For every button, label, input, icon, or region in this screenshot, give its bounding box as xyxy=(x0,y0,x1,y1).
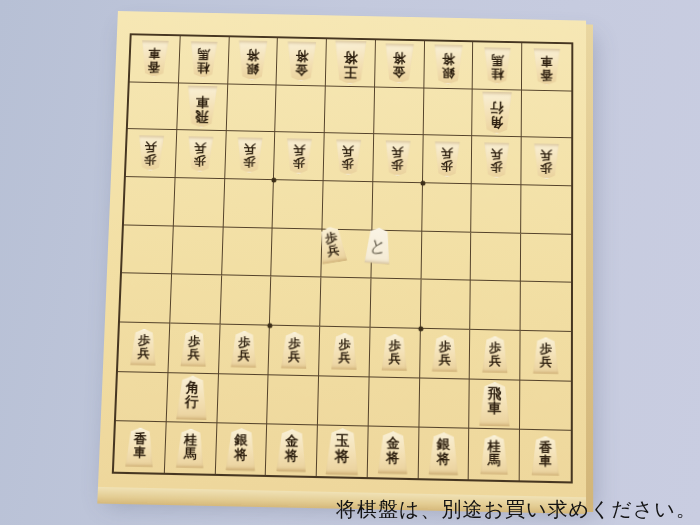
shogi-piece-pawn: 歩兵 xyxy=(130,329,158,366)
shogi-piece-lance: 香車 xyxy=(533,48,561,85)
board-cell xyxy=(374,87,424,135)
piece-kanji: 歩兵 xyxy=(385,140,411,176)
board-cell: 玉将 xyxy=(317,426,369,477)
piece-kanji: 歩兵 xyxy=(180,330,207,367)
board-cell: 飛車 xyxy=(470,379,521,430)
board-cell: 歩兵 xyxy=(269,326,320,376)
board-cell: 歩兵 xyxy=(225,131,276,180)
board-cell: 歩兵 xyxy=(470,330,521,380)
board-cell xyxy=(124,177,175,226)
board-cell xyxy=(520,380,571,431)
piece-kanji: 歩兵 xyxy=(381,334,408,371)
piece-kanji: 歩兵 xyxy=(533,337,559,374)
board-cell xyxy=(122,225,174,275)
piece-kanji: 歩兵 xyxy=(230,331,257,368)
shogi-piece-silver: 銀将 xyxy=(225,428,257,471)
piece-kanji: 歩兵 xyxy=(331,333,358,370)
board-cell xyxy=(522,90,571,138)
shogi-piece-pawn: 歩兵 xyxy=(180,330,207,367)
shogi-piece-bishop: 角行 xyxy=(176,375,209,420)
shogi-piece-knight: 桂馬 xyxy=(189,41,218,78)
board-cell xyxy=(267,375,319,426)
shogi-piece-knight: 桂馬 xyxy=(483,47,511,84)
board-cell: 香車 xyxy=(522,43,571,91)
shogi-piece-pawn: 歩兵 xyxy=(434,141,460,177)
board-cell: 桂馬 xyxy=(469,429,520,480)
board-cell: 香車 xyxy=(130,35,181,83)
board-cell xyxy=(521,233,571,283)
shogi-piece-pawn: 歩兵 xyxy=(385,140,411,176)
board-cell xyxy=(116,372,168,423)
board-cell xyxy=(422,183,472,232)
piece-kanji: 銀将 xyxy=(237,41,268,81)
board-cell xyxy=(521,282,571,332)
piece-kanji: 銀将 xyxy=(225,428,257,471)
shogi-piece-king: 王将 xyxy=(334,41,367,85)
piece-kanji: 歩兵 xyxy=(533,143,559,179)
piece-kanji: 飛車 xyxy=(186,86,218,128)
shogi-piece-knight: 桂馬 xyxy=(175,428,205,468)
piece-kanji: 桂馬 xyxy=(483,47,511,84)
shogi-piece-lance: 香車 xyxy=(140,40,169,77)
shogi-piece-pawn: 歩兵 xyxy=(335,139,362,175)
board-cell: 歩兵 xyxy=(168,324,220,374)
board-cell: 銀将 xyxy=(424,41,474,89)
board-cell: 桂馬 xyxy=(179,36,230,84)
piece-kanji: 桂馬 xyxy=(175,428,205,468)
board-cell xyxy=(174,178,225,227)
shogi-piece-rook: 飛車 xyxy=(479,382,511,427)
board-cell: 角行 xyxy=(473,89,523,137)
board-cell: 飛車 xyxy=(177,83,228,131)
shogi-piece-bishop: 角行 xyxy=(481,92,512,134)
shogi-board: 香車桂馬銀将金将王将金将銀将桂馬香車飛車角行歩兵歩兵歩兵歩兵歩兵歩兵歩兵歩兵歩兵… xyxy=(98,11,586,497)
shogi-piece-pawn: 歩兵 xyxy=(533,143,559,179)
board-cell: 歩兵 xyxy=(369,328,420,378)
piece-kanji: 歩兵 xyxy=(335,139,362,175)
piece-kanji: 角行 xyxy=(176,375,209,420)
piece-kanji: 香車 xyxy=(140,40,169,77)
piece-kanji: 金将 xyxy=(384,44,414,84)
board-cell xyxy=(170,275,222,325)
board-cell: 銀将 xyxy=(215,424,267,475)
board-cell: 王将 xyxy=(326,39,376,87)
board-cell xyxy=(325,86,375,134)
board-cell xyxy=(419,378,470,429)
shogi-piece-pawn: 歩兵 xyxy=(137,135,164,171)
shogi-piece-pawn: 歩兵 xyxy=(236,137,263,173)
piece-kanji: 歩兵 xyxy=(434,141,460,177)
board-cell: と xyxy=(371,230,422,280)
piece-kanji: 香車 xyxy=(533,48,561,85)
piece-kanji: 飛車 xyxy=(479,382,511,427)
board-cell: 歩兵 xyxy=(321,229,372,279)
shogi-piece-pawn: 歩兵 xyxy=(533,337,559,374)
board-cell xyxy=(521,185,571,234)
product-photo: 香車桂馬銀将金将王将金将銀将桂馬香車飛車角行歩兵歩兵歩兵歩兵歩兵歩兵歩兵歩兵歩兵… xyxy=(0,0,700,525)
board-cell xyxy=(421,280,472,330)
board-cell xyxy=(273,180,324,229)
caption-text: 将棋盤は、別途お買い求めください。 xyxy=(336,496,697,523)
shogi-piece-king: 玉将 xyxy=(325,428,360,475)
board-cell: 金将 xyxy=(375,40,425,88)
shogi-piece-silver: 銀将 xyxy=(433,45,463,85)
board-cell xyxy=(423,88,473,136)
board-cell xyxy=(323,181,374,230)
star-point xyxy=(418,326,423,331)
shogi-piece-pawn: 歩兵 xyxy=(317,226,348,265)
shogi-piece-pawn: 歩兵 xyxy=(187,136,214,172)
shogi-piece-gold: 金将 xyxy=(276,429,308,472)
shogi-piece-silver: 銀将 xyxy=(428,432,459,475)
board-cell: 香車 xyxy=(114,422,167,473)
board-cell xyxy=(276,85,326,133)
board-cell: 角行 xyxy=(166,373,218,424)
piece-kanji: 歩兵 xyxy=(431,335,458,372)
piece-kanji: 角行 xyxy=(481,92,512,134)
shogi-piece-pawn: 歩兵 xyxy=(381,334,408,371)
shogi-piece-pawn: 歩兵 xyxy=(286,138,313,174)
board-cell: 歩兵 xyxy=(274,132,325,181)
board-cell xyxy=(226,84,277,132)
piece-kanji: 歩兵 xyxy=(187,136,214,172)
board-cell: 金将 xyxy=(277,38,327,86)
board-cell: 銀将 xyxy=(418,428,469,479)
piece-kanji: 銀将 xyxy=(433,45,463,85)
board-cell: 歩兵 xyxy=(118,322,170,372)
piece-kanji: 桂馬 xyxy=(189,41,218,78)
board-cell xyxy=(172,226,223,276)
board-cell xyxy=(472,184,522,233)
board-cell xyxy=(272,228,323,278)
board-cell: 桂馬 xyxy=(473,42,522,90)
board-cell xyxy=(372,182,422,231)
board-cell: 金将 xyxy=(266,425,318,476)
shogi-piece-pawn: 歩兵 xyxy=(331,333,358,370)
board-cell: 金将 xyxy=(368,427,419,478)
board-cell xyxy=(421,231,471,281)
shogi-piece-gold: 金将 xyxy=(384,44,414,84)
piece-kanji: 金将 xyxy=(276,429,308,472)
piece-kanji: 歩兵 xyxy=(286,138,313,174)
board-cell xyxy=(120,274,172,324)
board-cell xyxy=(217,374,269,425)
shogi-piece-lance: 香車 xyxy=(531,436,560,476)
piece-kanji: 歩兵 xyxy=(281,332,308,369)
board-cell: 歩兵 xyxy=(520,331,570,381)
piece-kanji: 銀将 xyxy=(428,432,459,475)
board-cell: 歩兵 xyxy=(319,327,370,377)
shogi-piece-knight: 桂馬 xyxy=(480,435,509,475)
piece-kanji: 歩兵 xyxy=(484,142,510,178)
piece-kanji: 桂馬 xyxy=(480,435,509,475)
board-cell: 歩兵 xyxy=(219,325,271,375)
shogi-piece-gold: 金将 xyxy=(286,42,317,82)
shogi-piece-lance: 香車 xyxy=(125,427,155,467)
shogi-piece-pawn: 歩兵 xyxy=(484,142,510,178)
piece-kanji: 金将 xyxy=(377,431,408,474)
shogi-piece-pawn: 歩兵 xyxy=(281,332,308,369)
board-cell xyxy=(471,281,521,331)
board-cell xyxy=(318,376,369,427)
board-grid: 香車桂馬銀将金将王将金将銀将桂馬香車飛車角行歩兵歩兵歩兵歩兵歩兵歩兵歩兵歩兵歩兵… xyxy=(112,33,574,483)
board-cell xyxy=(320,278,371,328)
piece-kanji: 歩兵 xyxy=(137,135,164,171)
board-cell: 銀将 xyxy=(228,37,278,85)
board-cell xyxy=(370,279,421,329)
piece-kanji: 歩兵 xyxy=(317,226,348,265)
board-cell xyxy=(128,82,179,130)
board-cell: 歩兵 xyxy=(324,133,374,182)
board-cell xyxy=(270,277,321,327)
board-cell xyxy=(369,377,420,428)
board-cell: 歩兵 xyxy=(472,137,522,186)
shogi-piece-pawn: 歩兵 xyxy=(431,335,458,372)
board-cell: 歩兵 xyxy=(373,134,423,183)
shogi-piece-pawn: 歩兵 xyxy=(230,331,257,368)
board-cell: 歩兵 xyxy=(126,129,177,178)
board-cell: 歩兵 xyxy=(522,138,572,187)
board-cell xyxy=(220,276,271,326)
piece-kanji: 歩兵 xyxy=(130,329,158,366)
board-cell: 歩兵 xyxy=(175,130,226,179)
piece-kanji: 王将 xyxy=(334,41,367,85)
board-cell: 歩兵 xyxy=(423,135,473,184)
piece-kanji: 香車 xyxy=(125,427,155,467)
piece-kanji: 金将 xyxy=(286,42,317,82)
star-point xyxy=(420,181,425,186)
board-cell xyxy=(223,179,274,228)
shogi-piece-gold: 金将 xyxy=(377,431,408,474)
board-cell: 桂馬 xyxy=(165,423,217,474)
shogi-piece-silver: 銀将 xyxy=(237,41,268,81)
board-cell: 香車 xyxy=(520,430,571,481)
board-cell xyxy=(471,232,521,282)
board-cell: 歩兵 xyxy=(420,329,471,379)
piece-kanji: 玉将 xyxy=(325,428,360,475)
piece-kanji: 歩兵 xyxy=(482,336,509,373)
shogi-piece-rook: 飛車 xyxy=(186,86,218,128)
shogi-piece-pawn: 歩兵 xyxy=(482,336,509,373)
piece-kanji: 歩兵 xyxy=(236,137,263,173)
board-cell xyxy=(222,227,273,277)
piece-kanji: 香車 xyxy=(531,436,560,476)
